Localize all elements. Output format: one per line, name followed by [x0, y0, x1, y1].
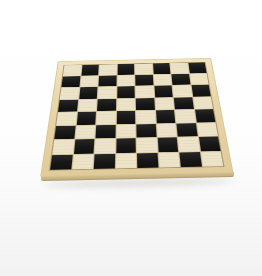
square-h7[interactable] [189, 73, 208, 84]
square-c5[interactable] [97, 99, 116, 111]
square-f3[interactable] [156, 123, 176, 137]
square-b2[interactable] [73, 139, 94, 154]
square-f1[interactable] [158, 152, 180, 167]
square-e4[interactable] [136, 110, 155, 123]
square-f6[interactable] [154, 85, 173, 97]
square-b6[interactable] [79, 87, 98, 99]
square-h6[interactable] [191, 85, 211, 97]
square-d8[interactable] [117, 64, 134, 75]
square-h8[interactable] [188, 62, 207, 73]
square-h2[interactable] [198, 136, 220, 150]
square-e8[interactable] [135, 64, 152, 75]
square-a7[interactable] [61, 76, 80, 87]
square-d4[interactable] [116, 111, 135, 124]
square-b8[interactable] [81, 65, 99, 76]
square-f5[interactable] [155, 97, 174, 109]
square-g7[interactable] [171, 74, 190, 85]
square-g1[interactable] [179, 152, 201, 167]
square-h4[interactable] [195, 109, 216, 122]
square-g2[interactable] [178, 137, 199, 151]
square-f8[interactable] [153, 63, 171, 74]
square-c7[interactable] [98, 75, 116, 86]
square-f2[interactable] [157, 137, 178, 151]
square-f4[interactable] [156, 110, 176, 123]
square-d6[interactable] [117, 86, 135, 98]
square-d5[interactable] [117, 98, 135, 110]
square-c8[interactable] [99, 64, 116, 75]
square-e3[interactable] [136, 124, 156, 138]
square-g8[interactable] [170, 63, 188, 74]
square-e6[interactable] [135, 86, 153, 98]
square-h5[interactable] [193, 97, 213, 109]
board [40, 58, 233, 177]
square-g6[interactable] [173, 85, 192, 97]
board-frame [40, 58, 233, 177]
square-f7[interactable] [153, 74, 171, 85]
square-a8[interactable] [63, 65, 81, 76]
square-g5[interactable] [174, 97, 194, 109]
photo-background [0, 0, 262, 276]
square-e1[interactable] [137, 153, 158, 168]
square-g3[interactable] [176, 123, 197, 137]
square-b1[interactable] [72, 154, 94, 169]
square-c3[interactable] [95, 125, 115, 139]
square-a5[interactable] [58, 99, 78, 111]
square-b4[interactable] [76, 112, 96, 125]
square-h3[interactable] [196, 122, 217, 136]
board-grid [49, 62, 225, 171]
square-d3[interactable] [116, 124, 136, 138]
square-d2[interactable] [116, 138, 136, 152]
square-b7[interactable] [80, 76, 98, 87]
square-a1[interactable] [50, 154, 72, 169]
square-g4[interactable] [175, 110, 195, 123]
square-c6[interactable] [98, 87, 116, 99]
square-e2[interactable] [137, 138, 157, 152]
square-e5[interactable] [136, 98, 155, 110]
square-c2[interactable] [95, 139, 115, 154]
square-a4[interactable] [56, 112, 76, 125]
square-a3[interactable] [54, 125, 75, 139]
square-c4[interactable] [96, 111, 115, 124]
square-a2[interactable] [52, 140, 73, 155]
square-b5[interactable] [78, 99, 97, 111]
square-c1[interactable] [94, 154, 115, 169]
square-e7[interactable] [135, 74, 153, 85]
square-a6[interactable] [60, 87, 79, 99]
square-d7[interactable] [117, 75, 135, 86]
square-h1[interactable] [200, 151, 223, 166]
square-b3[interactable] [75, 125, 95, 139]
square-d1[interactable] [115, 153, 136, 168]
